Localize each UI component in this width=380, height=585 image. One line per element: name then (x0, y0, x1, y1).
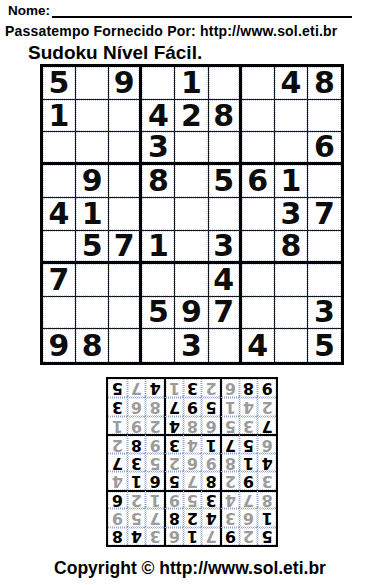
name-blank-line (52, 4, 352, 18)
solution-cell-r5c5: 6 (183, 453, 202, 471)
puzzle-cell-r5c6[interactable] (209, 198, 242, 231)
puzzle-cell-r7c7[interactable] (242, 264, 275, 297)
solution-cell-r6c1: 6 (257, 434, 276, 452)
solution-cell-r8c8: 6 (127, 397, 146, 415)
puzzle-cell-r5c8: 3 (275, 198, 308, 231)
puzzle-cell-r5c2: 1 (76, 198, 109, 231)
solution-cell-r4c8: 1 (127, 471, 146, 489)
puzzle-cell-r1c6[interactable] (209, 67, 242, 100)
solution-cell-r6c8: 8 (127, 434, 146, 452)
solution-cell-r6c6: 3 (164, 434, 183, 452)
puzzle-cell-r3c2[interactable] (76, 132, 109, 165)
solution-cell-r5c7: 5 (145, 453, 164, 471)
puzzle-cell-r9c3[interactable] (109, 329, 142, 362)
solution-cell-r3c7: 1 (145, 490, 164, 508)
puzzle-cell-r3c6[interactable] (209, 132, 242, 165)
puzzle-cell-r5c5[interactable] (175, 198, 208, 231)
puzzle-cell-r8c7[interactable] (242, 297, 275, 330)
page-title: Sudoku Nível Fácil. (28, 42, 202, 64)
puzzle-cell-r8c4: 5 (142, 297, 175, 330)
puzzle-cell-r3c7[interactable] (242, 132, 275, 165)
puzzle-cell-r7c2[interactable] (76, 264, 109, 297)
solution-cell-r2c1: 1 (257, 508, 276, 526)
puzzle-cell-r5c4[interactable] (142, 198, 175, 231)
solution-cell-r5c1: 4 (257, 453, 276, 471)
solution-cell-r5c2: 1 (239, 453, 258, 471)
provider-line: Passatempo Fornecido Por: http://www.sol… (5, 23, 337, 39)
puzzle-cell-r7c5[interactable] (175, 264, 208, 297)
puzzle-cell-r2c6: 8 (209, 100, 242, 133)
solution-cell-r2c9: 9 (108, 508, 127, 526)
puzzle-cell-r4c5[interactable] (175, 165, 208, 198)
puzzle-cell-r2c7[interactable] (242, 100, 275, 133)
puzzle-cell-r6c5[interactable] (175, 231, 208, 264)
solution-cell-r4c5: 7 (183, 471, 202, 489)
solution-cell-r9c3: 6 (220, 379, 239, 397)
puzzle-cell-r1c4[interactable] (142, 67, 175, 100)
solution-cell-r3c6: 9 (164, 490, 183, 508)
puzzle-cell-r1c5: 1 (175, 67, 208, 100)
solution-cell-r8c9: 3 (108, 397, 127, 415)
puzzle-cell-r4c4: 8 (142, 165, 175, 198)
solution-cell-r7c3: 5 (220, 416, 239, 434)
solution-cell-r7c1: 7 (257, 416, 276, 434)
puzzle-cell-r7c1: 7 (43, 264, 76, 297)
solution-cell-r9c1: 9 (257, 379, 276, 397)
puzzle-cell-r5c9: 7 (308, 198, 341, 231)
solution-cell-r2c5: 2 (183, 508, 202, 526)
solution-cell-r4c1: 3 (257, 471, 276, 489)
solution-cell-r2c8: 5 (127, 508, 146, 526)
puzzle-cell-r1c7[interactable] (242, 67, 275, 100)
puzzle-cell-r1c8: 4 (275, 67, 308, 100)
puzzle-cell-r9c6[interactable] (209, 329, 242, 362)
puzzle-cell-r4c1[interactable] (43, 165, 76, 198)
solution-cell-r3c5: 5 (183, 490, 202, 508)
puzzle-cell-r6c1[interactable] (43, 231, 76, 264)
solution-cell-r9c7: 4 (145, 379, 164, 397)
solution-cell-r2c2: 6 (239, 508, 258, 526)
puzzle-cell-r4c2: 9 (76, 165, 109, 198)
puzzle-cell-r2c5: 2 (175, 100, 208, 133)
puzzle-cell-r6c3: 7 (109, 231, 142, 264)
puzzle-cell-r6c4: 1 (142, 231, 175, 264)
solution-cell-r1c9: 8 (108, 527, 127, 545)
name-label: Nome: (8, 3, 50, 18)
solution-cell-r3c1: 8 (257, 490, 276, 508)
solution-cell-r7c8: 9 (127, 416, 146, 434)
solution-cell-r7c4: 6 (201, 416, 220, 434)
solution-cell-r6c3: 7 (220, 434, 239, 452)
puzzle-cell-r3c1[interactable] (43, 132, 76, 165)
solution-cell-r6c5: 4 (183, 434, 202, 452)
puzzle-cell-r5c3[interactable] (109, 198, 142, 231)
copyright-text: Copyright © http://www.sol.eti.br (0, 558, 380, 579)
puzzle-cell-r8c3[interactable] (109, 297, 142, 330)
puzzle-cell-r4c6: 5 (209, 165, 242, 198)
puzzle-cell-r6c9[interactable] (308, 231, 341, 264)
solution-cell-r2c4: 4 (201, 508, 220, 526)
solution-cell-r4c2: 9 (239, 471, 258, 489)
puzzle-cell-r7c9[interactable] (308, 264, 341, 297)
puzzle-cell-r1c3: 9 (109, 67, 142, 100)
puzzle-grid: 591481428369856141375713874597398345 (40, 64, 344, 365)
solution-cell-r4c7: 6 (145, 471, 164, 489)
puzzle-cell-r4c3[interactable] (109, 165, 142, 198)
solution-cell-r7c9: 1 (108, 416, 127, 434)
puzzle-cell-r5c1: 4 (43, 198, 76, 231)
puzzle-cell-r1c1: 5 (43, 67, 76, 100)
solution-cell-r5c6: 2 (164, 453, 183, 471)
puzzle-cell-r1c2[interactable] (76, 67, 109, 100)
solution-cell-r8c1: 2 (257, 397, 276, 415)
solution-cell-r8c6: 7 (164, 397, 183, 415)
solution-cell-r3c2: 7 (239, 490, 258, 508)
solution-cell-r9c9: 5 (108, 379, 127, 397)
puzzle-cell-r2c1: 1 (43, 100, 76, 133)
solution-cell-r7c2: 3 (239, 416, 258, 434)
solution-cell-r9c6: 1 (164, 379, 183, 397)
puzzle-cell-r5c7[interactable] (242, 198, 275, 231)
solution-grid: 5297163481634287598743591263928756144189… (106, 377, 278, 547)
puzzle-cell-r8c1[interactable] (43, 297, 76, 330)
puzzle-cell-r9c5: 3 (175, 329, 208, 362)
solution-cell-r4c4: 8 (201, 471, 220, 489)
puzzle-cell-r3c4: 3 (142, 132, 175, 165)
puzzle-cell-r6c8: 8 (275, 231, 308, 264)
solution-cell-r7c5: 8 (183, 416, 202, 434)
puzzle-cell-r8c8[interactable] (275, 297, 308, 330)
puzzle-cell-r8c5: 9 (175, 297, 208, 330)
puzzle-cell-r7c3[interactable] (109, 264, 142, 297)
puzzle-cell-r8c2[interactable] (76, 297, 109, 330)
solution-cell-r6c7: 9 (145, 434, 164, 452)
puzzle-cell-r1c9: 8 (308, 67, 341, 100)
puzzle-cell-r2c8[interactable] (275, 100, 308, 133)
puzzle-cell-r3c3[interactable] (109, 132, 142, 165)
solution-cell-r8c2: 4 (239, 397, 258, 415)
solution-cell-r1c2: 2 (239, 527, 258, 545)
puzzle-cell-r2c4: 4 (142, 100, 175, 133)
solution-cell-r1c5: 1 (183, 527, 202, 545)
puzzle-cell-r3c8[interactable] (275, 132, 308, 165)
puzzle-cell-r9c9: 5 (308, 329, 341, 362)
solution-cell-r4c3: 2 (220, 471, 239, 489)
puzzle-cell-r6c7[interactable] (242, 231, 275, 264)
solution-cell-r6c4: 1 (201, 434, 220, 452)
solution-cell-r1c6: 6 (164, 527, 183, 545)
solution-cell-r7c7: 2 (145, 416, 164, 434)
puzzle-cell-r4c9[interactable] (308, 165, 341, 198)
puzzle-cell-r9c1: 9 (43, 329, 76, 362)
solution-cell-r9c4: 2 (201, 379, 220, 397)
puzzle-cell-r4c8: 1 (275, 165, 308, 198)
puzzle-cell-r8c6: 7 (209, 297, 242, 330)
puzzle-cell-r2c9[interactable] (308, 100, 341, 133)
puzzle-cell-r7c8[interactable] (275, 264, 308, 297)
name-field-row: Nome: (8, 3, 352, 18)
solution-cell-r1c4: 7 (201, 527, 220, 545)
puzzle-cell-r3c5[interactable] (175, 132, 208, 165)
puzzle-cell-r9c4[interactable] (142, 329, 175, 362)
solution-cell-r1c3: 9 (220, 527, 239, 545)
solution-cell-r6c9: 2 (108, 434, 127, 452)
solution-cell-r8c3: 1 (220, 397, 239, 415)
solution-cell-r6c2: 5 (239, 434, 258, 452)
solution-cell-r1c1: 5 (257, 527, 276, 545)
puzzle-cell-r7c6: 4 (209, 264, 242, 297)
puzzle-cell-r8c9: 3 (308, 297, 341, 330)
solution-cell-r2c6: 8 (164, 508, 183, 526)
solution-cell-r2c3: 3 (220, 508, 239, 526)
puzzle-cell-r9c2: 8 (76, 329, 109, 362)
solution-cell-r2c7: 7 (145, 508, 164, 526)
puzzle-cell-r7c4[interactable] (142, 264, 175, 297)
puzzle-cell-r9c7: 4 (242, 329, 275, 362)
puzzle-cell-r3c9: 6 (308, 132, 341, 165)
puzzle-cell-r2c3[interactable] (109, 100, 142, 133)
solution-cell-r3c3: 4 (220, 490, 239, 508)
solution-cell-r4c9: 4 (108, 471, 127, 489)
solution-cell-r5c9: 7 (108, 453, 127, 471)
solution-cell-r4c6: 5 (164, 471, 183, 489)
solution-cell-r8c7: 8 (145, 397, 164, 415)
puzzle-cell-r9c8[interactable] (275, 329, 308, 362)
puzzle-cell-r6c2: 5 (76, 231, 109, 264)
solution-cell-r8c4: 5 (201, 397, 220, 415)
solution-cell-r1c8: 4 (127, 527, 146, 545)
solution-cell-r3c4: 3 (201, 490, 220, 508)
solution-cell-r5c3: 8 (220, 453, 239, 471)
solution-cell-r5c4: 9 (201, 453, 220, 471)
sudoku-worksheet-page: { "game": "sudoku", "header": { "name_la… (0, 0, 380, 585)
solution-cell-r1c7: 3 (145, 527, 164, 545)
solution-cell-r8c5: 9 (183, 397, 202, 415)
solution-cell-r9c8: 7 (127, 379, 146, 397)
solution-cell-r3c9: 6 (108, 490, 127, 508)
solution-cell-r3c8: 2 (127, 490, 146, 508)
puzzle-cell-r6c6: 3 (209, 231, 242, 264)
solution-cell-r5c8: 3 (127, 453, 146, 471)
solution-cell-r9c5: 3 (183, 379, 202, 397)
solution-cell-r7c6: 4 (164, 416, 183, 434)
puzzle-cell-r2c2[interactable] (76, 100, 109, 133)
puzzle-cell-r4c7: 6 (242, 165, 275, 198)
solution-cell-r9c2: 8 (239, 379, 258, 397)
